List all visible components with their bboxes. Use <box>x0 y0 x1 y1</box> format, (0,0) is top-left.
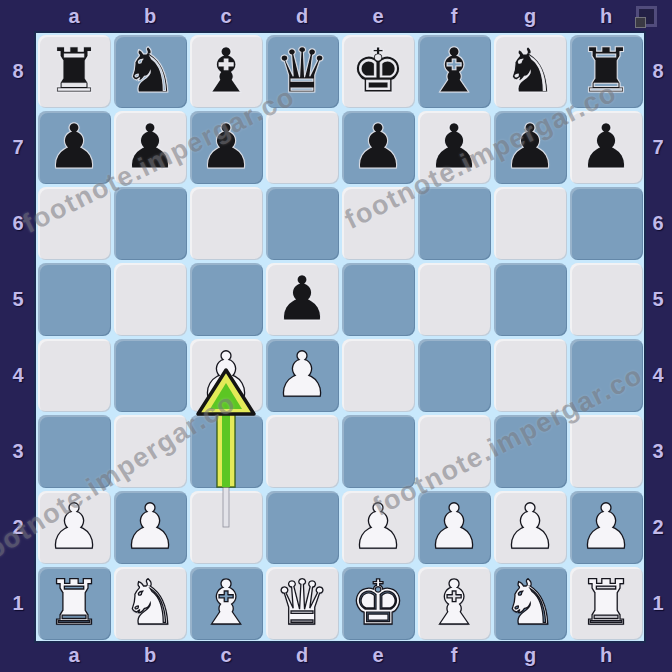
rank-labels-left: 87654321 <box>0 33 36 641</box>
square-a7: ♟ <box>36 109 112 185</box>
piece-black-pawn: ♟ <box>188 109 264 185</box>
coord-label: h <box>568 0 644 33</box>
rank-labels-right: 87654321 <box>644 33 672 641</box>
piece-black-pawn: ♟ <box>568 109 644 185</box>
square-e4 <box>340 337 416 413</box>
piece-white-knight: ♞ <box>492 565 568 641</box>
square-c1: ♝ <box>188 565 264 641</box>
piece-black-pawn: ♟ <box>36 109 112 185</box>
square-g1: ♞ <box>492 565 568 641</box>
square-g8: ♞ <box>492 33 568 109</box>
square-d4: ♟ <box>264 337 340 413</box>
coord-label: b <box>112 639 188 672</box>
piece-black-knight: ♞ <box>492 33 568 109</box>
square-a3 <box>36 413 112 489</box>
square-a4 <box>36 337 112 413</box>
icon-notch <box>635 17 646 28</box>
coord-label: a <box>36 639 112 672</box>
piece-black-bishop: ♝ <box>188 33 264 109</box>
square-f2: ♟ <box>416 489 492 565</box>
square-d2 <box>264 489 340 565</box>
coord-label: d <box>264 639 340 672</box>
square-c3 <box>188 413 264 489</box>
square-a2: ♟ <box>36 489 112 565</box>
piece-black-pawn: ♟ <box>416 109 492 185</box>
square-c4: ♟ <box>188 337 264 413</box>
coord-label: f <box>416 0 492 33</box>
square-f3 <box>416 413 492 489</box>
piece-white-pawn: ♟ <box>340 489 416 565</box>
square-d6 <box>264 185 340 261</box>
square-b3 <box>112 413 188 489</box>
piece-black-pawn: ♟ <box>112 109 188 185</box>
square-h4 <box>568 337 644 413</box>
square-e3 <box>340 413 416 489</box>
coord-label: 7 <box>0 109 36 185</box>
piece-black-rook: ♜ <box>36 33 112 109</box>
piece-black-knight: ♞ <box>112 33 188 109</box>
piece-white-pawn: ♟ <box>112 489 188 565</box>
piece-white-king: ♚ <box>340 565 416 641</box>
coord-label: 6 <box>0 185 36 261</box>
coord-label: 8 <box>0 33 36 109</box>
square-b6 <box>112 185 188 261</box>
square-e5 <box>340 261 416 337</box>
coord-label: 2 <box>0 489 36 565</box>
square-e7: ♟ <box>340 109 416 185</box>
piece-white-bishop: ♝ <box>416 565 492 641</box>
square-e2: ♟ <box>340 489 416 565</box>
square-b1: ♞ <box>112 565 188 641</box>
piece-white-pawn: ♟ <box>568 489 644 565</box>
piece-white-rook: ♜ <box>568 565 644 641</box>
piece-black-rook: ♜ <box>568 33 644 109</box>
coord-label: 5 <box>0 261 36 337</box>
coord-label: 8 <box>644 33 672 109</box>
square-b4 <box>112 337 188 413</box>
coord-label: e <box>340 639 416 672</box>
coord-label: h <box>568 639 644 672</box>
square-f6 <box>416 185 492 261</box>
file-labels-top: abcdefgh <box>36 0 644 33</box>
square-h7: ♟ <box>568 109 644 185</box>
coord-label: 3 <box>644 413 672 489</box>
square-b5 <box>112 261 188 337</box>
piece-black-pawn: ♟ <box>264 261 340 337</box>
square-f5 <box>416 261 492 337</box>
coord-label: a <box>36 0 112 33</box>
square-b8: ♞ <box>112 33 188 109</box>
piece-black-bishop: ♝ <box>416 33 492 109</box>
coord-label: 4 <box>0 337 36 413</box>
coord-label: g <box>492 639 568 672</box>
square-g4 <box>492 337 568 413</box>
piece-white-pawn: ♟ <box>492 489 568 565</box>
square-d3 <box>264 413 340 489</box>
piece-white-queen: ♛ <box>264 565 340 641</box>
piece-black-queen: ♛ <box>264 33 340 109</box>
coord-label: 6 <box>644 185 672 261</box>
coord-label: b <box>112 0 188 33</box>
square-c5 <box>188 261 264 337</box>
piece-white-knight: ♞ <box>112 565 188 641</box>
square-b7: ♟ <box>112 109 188 185</box>
piece-black-king: ♚ <box>340 33 416 109</box>
square-h1: ♜ <box>568 565 644 641</box>
square-g3 <box>492 413 568 489</box>
square-a6 <box>36 185 112 261</box>
coord-label: 3 <box>0 413 36 489</box>
file-labels-bottom: abcdefgh <box>36 639 644 672</box>
square-a5 <box>36 261 112 337</box>
coord-label: f <box>416 639 492 672</box>
piece-white-pawn: ♟ <box>416 489 492 565</box>
coord-label: e <box>340 0 416 33</box>
coord-label: 7 <box>644 109 672 185</box>
square-h2: ♟ <box>568 489 644 565</box>
piece-white-bishop: ♝ <box>188 565 264 641</box>
chess-diagram: abcdefgh abcdefgh 87654321 87654321 ♜♞♝♛… <box>0 0 672 672</box>
square-a1: ♜ <box>36 565 112 641</box>
square-g5 <box>492 261 568 337</box>
square-g7: ♟ <box>492 109 568 185</box>
square-h5 <box>568 261 644 337</box>
square-c6 <box>188 185 264 261</box>
piece-white-pawn: ♟ <box>36 489 112 565</box>
square-f1: ♝ <box>416 565 492 641</box>
square-f4 <box>416 337 492 413</box>
square-f8: ♝ <box>416 33 492 109</box>
square-h8: ♜ <box>568 33 644 109</box>
square-h3 <box>568 413 644 489</box>
square-c2 <box>188 489 264 565</box>
piece-white-pawn: ♟ <box>188 337 264 413</box>
square-c7: ♟ <box>188 109 264 185</box>
coord-label: 4 <box>644 337 672 413</box>
restore-window-icon[interactable] <box>636 6 657 27</box>
square-d8: ♛ <box>264 33 340 109</box>
square-f7: ♟ <box>416 109 492 185</box>
square-c8: ♝ <box>188 33 264 109</box>
coord-label: 5 <box>644 261 672 337</box>
square-g2: ♟ <box>492 489 568 565</box>
square-e1: ♚ <box>340 565 416 641</box>
coord-label: 1 <box>0 565 36 641</box>
square-d7 <box>264 109 340 185</box>
piece-black-pawn: ♟ <box>492 109 568 185</box>
piece-black-pawn: ♟ <box>340 109 416 185</box>
square-a8: ♜ <box>36 33 112 109</box>
coord-label: d <box>264 0 340 33</box>
coord-label: 1 <box>644 565 672 641</box>
piece-white-pawn: ♟ <box>264 337 340 413</box>
square-d5: ♟ <box>264 261 340 337</box>
coord-label: 2 <box>644 489 672 565</box>
square-e8: ♚ <box>340 33 416 109</box>
square-e6 <box>340 185 416 261</box>
chess-board: ♜♞♝♛♚♝♞♜♟♟♟♟♟♟♟♟♟♟♟♟♟♟♟♟♜♞♝♛♚♝♞♜ <box>36 33 644 641</box>
coord-label: c <box>188 639 264 672</box>
coord-label: c <box>188 0 264 33</box>
square-g6 <box>492 185 568 261</box>
piece-white-rook: ♜ <box>36 565 112 641</box>
square-d1: ♛ <box>264 565 340 641</box>
square-h6 <box>568 185 644 261</box>
coord-label: g <box>492 0 568 33</box>
square-b2: ♟ <box>112 489 188 565</box>
